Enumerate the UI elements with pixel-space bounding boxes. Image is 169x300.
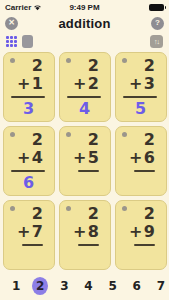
equals-rule (78, 244, 99, 246)
flash-card[interactable]: 2 +5 (59, 126, 111, 196)
flash-card-grid: 2 +1 3 2 +2 4 2 +3 5 2 +4 6 2 +5 2 +6 (0, 50, 169, 272)
page-selector: 1 2 3 4 5 6 7 (0, 272, 169, 300)
bottom-operand: 7 (32, 222, 43, 241)
battery-icon (149, 4, 164, 11)
answer: 6 (11, 174, 46, 191)
status-bar: Carrier 9:49 PM (0, 0, 169, 14)
plus-sign: + (129, 75, 142, 93)
bottom-operand-row: +4 (11, 149, 46, 167)
bottom-operand-row: +2 (67, 75, 102, 93)
help-button[interactable]: ? (151, 17, 164, 30)
bottom-operand: 6 (144, 148, 155, 167)
answer: 5 (123, 100, 158, 117)
equals-rule (11, 96, 45, 98)
page-button-1[interactable]: 1 (8, 277, 24, 295)
bottom-operand: 5 (88, 148, 99, 167)
flash-card[interactable]: 2 +4 6 (3, 126, 55, 196)
answer (123, 248, 158, 265)
plus-sign: + (17, 149, 30, 167)
sort-icon[interactable]: ↑↓ (150, 35, 163, 48)
answer: 4 (67, 100, 102, 117)
bottom-operand: 4 (32, 148, 43, 167)
equals-rule (11, 170, 45, 172)
bottom-operand-row: +7 (11, 223, 46, 241)
bottom-operand-row: +1 (11, 75, 46, 93)
wifi-icon (33, 4, 42, 11)
top-operand: 2 (67, 57, 102, 75)
answer (11, 248, 46, 265)
answer (67, 248, 102, 265)
answer (123, 174, 158, 191)
flash-card[interactable]: 2 +6 (115, 126, 167, 196)
page-button-7[interactable]: 7 (153, 277, 169, 295)
bottom-operand: 1 (32, 74, 43, 93)
top-operand: 2 (123, 131, 158, 149)
equals-rule (123, 96, 157, 98)
top-operand: 2 (67, 205, 102, 223)
flash-card[interactable]: 2 +1 3 (3, 52, 55, 122)
bottom-operand-row: +3 (123, 75, 158, 93)
top-operand: 2 (11, 131, 46, 149)
flash-card[interactable]: 2 +8 (59, 200, 111, 270)
plus-sign: + (73, 223, 86, 241)
equals-rule (22, 244, 43, 246)
bottom-operand-row: +6 (123, 149, 158, 167)
top-operand: 2 (67, 131, 102, 149)
top-operand: 2 (11, 205, 46, 223)
bottom-operand: 2 (88, 74, 99, 93)
flash-card[interactable]: 2 +2 4 (59, 52, 111, 122)
view-toolbar: ↑↓ (0, 32, 169, 50)
answer: 3 (11, 100, 46, 117)
close-button[interactable]: ✕ (5, 17, 18, 30)
equals-rule (134, 244, 155, 246)
top-operand: 2 (123, 57, 158, 75)
page-button-4[interactable]: 4 (80, 277, 96, 295)
bottom-operand-row: +9 (123, 223, 158, 241)
page-button-6[interactable]: 6 (129, 277, 145, 295)
flash-card[interactable]: 2 +9 (115, 200, 167, 270)
bottom-operand: 9 (144, 222, 155, 241)
top-operand: 2 (123, 205, 158, 223)
plus-sign: + (129, 149, 142, 167)
bottom-operand-row: +5 (67, 149, 102, 167)
flash-card[interactable]: 2 +3 5 (115, 52, 167, 122)
plus-sign: + (129, 223, 142, 241)
bottom-operand: 3 (144, 74, 155, 93)
nav-bar: ✕ addition ? (0, 14, 169, 32)
bottom-operand-row: +8 (67, 223, 102, 241)
plus-sign: + (17, 75, 30, 93)
page-button-5[interactable]: 5 (105, 277, 121, 295)
equals-rule (78, 170, 99, 172)
single-card-view-icon[interactable] (22, 35, 33, 48)
clock: 9:49 PM (58, 3, 111, 12)
grid-view-icon[interactable] (6, 36, 17, 47)
equals-rule (134, 170, 155, 172)
answer (67, 174, 102, 191)
plus-sign: + (73, 75, 86, 93)
plus-sign: + (73, 149, 86, 167)
page-title: addition (18, 16, 151, 31)
page-button-3[interactable]: 3 (56, 277, 72, 295)
bottom-operand: 8 (88, 222, 99, 241)
flash-card[interactable]: 2 +7 (3, 200, 55, 270)
carrier-label: Carrier (5, 3, 31, 12)
page-button-2[interactable]: 2 (32, 277, 48, 295)
equals-rule (67, 96, 101, 98)
plus-sign: + (17, 223, 30, 241)
top-operand: 2 (11, 57, 46, 75)
